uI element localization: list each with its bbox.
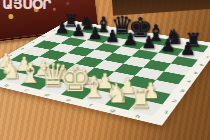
coord-label: g <box>109 108 116 112</box>
box-ornament-dots <box>8 14 14 20</box>
piece-white-knight-g1[interactable]: ♞ <box>104 80 130 107</box>
piece-black-pawn-e7[interactable]: ♟ <box>120 31 140 48</box>
piece-black-pawn-d7[interactable]: ♟ <box>103 28 122 45</box>
coord-label: 2 <box>171 99 178 103</box>
coord-label: b <box>3 84 11 87</box>
coord-label: 5 <box>193 71 199 74</box>
coord-label: 1 <box>163 110 170 114</box>
coord-label: h <box>134 114 141 118</box>
piece-black-pawn-h7[interactable]: ♟ <box>177 40 198 58</box>
coord-label: f <box>88 103 94 107</box>
watermark-text: ԱՅՍՕՐ <box>2 0 51 12</box>
coord-label: d <box>43 93 51 97</box>
piece-black-pawn-f7[interactable]: ♟ <box>139 34 159 51</box>
coord-label: 6 <box>199 63 204 66</box>
coord-label: 3 <box>179 89 185 93</box>
coord-label: e <box>65 98 72 102</box>
piece-white-bishop-f1[interactable]: ♝ <box>81 73 106 102</box>
coord-label: c <box>23 88 30 92</box>
piece-black-pawn-g7[interactable]: ♟ <box>158 37 178 55</box>
piece-white-rook-h1[interactable]: ♜ <box>128 87 154 113</box>
coord-label: 7 <box>205 56 210 59</box>
coord-label: 4 <box>186 80 192 83</box>
coord-label: 5 <box>30 41 36 43</box>
coord-label: 6 <box>41 35 47 37</box>
chess-photo-scene: ♜♞♝♛♚♝♞♜♟♟♟♟♟♟♟♟♟♟♟♟♟♟♟♟♜♞♝♛♚♝♞♜abcdefgh… <box>0 0 210 140</box>
coord-label: 4 <box>19 48 25 50</box>
